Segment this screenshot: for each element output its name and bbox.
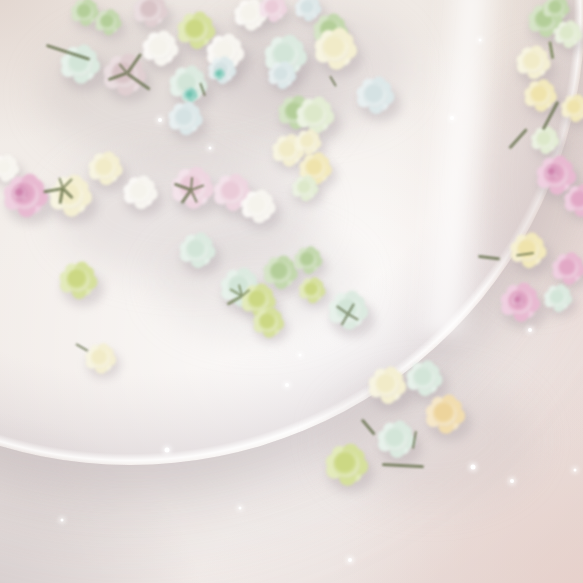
glitter-speck: [574, 469, 577, 472]
glitter-speck: [479, 39, 482, 42]
glitter-speck: [61, 519, 64, 522]
photo-scene: [0, 0, 583, 583]
glitter-speck: [165, 448, 170, 453]
glitter-speck: [528, 328, 532, 332]
glitter-speck: [158, 118, 162, 122]
sparkles-layer: [0, 0, 583, 583]
glitter-speck: [299, 354, 302, 357]
glitter-speck: [239, 507, 242, 510]
glitter-speck: [285, 383, 289, 387]
glitter-speck: [209, 147, 212, 150]
glitter-speck: [510, 479, 514, 483]
glitter-speck: [471, 465, 476, 470]
glitter-speck: [348, 558, 352, 562]
glitter-speck: [450, 116, 454, 120]
